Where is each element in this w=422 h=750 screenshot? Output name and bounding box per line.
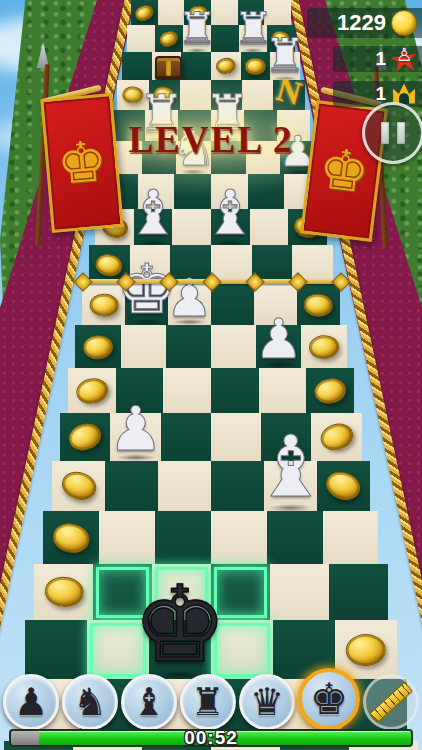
board-square bbox=[121, 325, 166, 369]
board-square bbox=[82, 284, 125, 325]
pawn-piece-icon: ♟ bbox=[14, 683, 48, 721]
board-square: ♜ bbox=[183, 25, 211, 52]
black-king[interactable]: ♚ bbox=[133, 572, 228, 678]
gold-rope-line bbox=[76, 279, 345, 284]
ruler-tool-button[interactable] bbox=[363, 674, 419, 730]
board-square: ♝ bbox=[211, 209, 250, 246]
board-square bbox=[68, 368, 116, 414]
gold-coin bbox=[322, 467, 364, 505]
board-square bbox=[329, 564, 388, 621]
gold-coin bbox=[74, 376, 110, 406]
powerup-crown-counter[interactable]: 1 bbox=[333, 81, 422, 107]
board-square bbox=[211, 52, 241, 81]
king-flag-icon: ♚ bbox=[55, 133, 110, 193]
piece-button-king[interactable]: ♚ bbox=[298, 668, 360, 730]
board-square bbox=[306, 368, 354, 414]
king-piece-icon: ♚ bbox=[310, 678, 349, 721]
gold-coin bbox=[312, 376, 347, 406]
board-square bbox=[116, 368, 164, 414]
board-square bbox=[297, 284, 340, 325]
board-square bbox=[34, 564, 93, 621]
board-square bbox=[211, 368, 259, 414]
board-square bbox=[259, 368, 307, 414]
bishop-piece-icon: ♝ bbox=[132, 683, 166, 721]
gold-coin bbox=[157, 28, 181, 49]
gold-coin bbox=[133, 3, 156, 24]
ruler-icon bbox=[369, 681, 413, 723]
treasure-chest bbox=[155, 56, 182, 80]
rook-piece-icon: ♜ bbox=[191, 683, 225, 721]
board-square bbox=[211, 284, 254, 325]
board-square bbox=[311, 413, 361, 461]
board-square bbox=[43, 511, 99, 565]
board-square: ♜ bbox=[239, 25, 267, 52]
pause-icon bbox=[381, 122, 389, 144]
gold-coin bbox=[346, 634, 387, 666]
board-square bbox=[152, 52, 182, 81]
board-square bbox=[254, 284, 297, 325]
board-square bbox=[158, 0, 185, 26]
gold-coin bbox=[245, 58, 265, 74]
gold-coin bbox=[214, 57, 237, 76]
powerup-crown-count: 1 bbox=[375, 83, 386, 105]
piece-button-pawn[interactable]: ♟ bbox=[3, 674, 59, 730]
board-square bbox=[264, 0, 291, 26]
board-square bbox=[155, 511, 211, 565]
board-square bbox=[131, 0, 158, 26]
coin-count: 1229 bbox=[337, 10, 386, 36]
board-square bbox=[184, 0, 211, 26]
board-square: ♟ bbox=[110, 413, 160, 461]
gold-coin bbox=[303, 292, 333, 317]
board-square bbox=[241, 52, 271, 81]
powerup-pawn-counter[interactable]: 1 ♙ bbox=[333, 46, 422, 72]
board-square: ♚ bbox=[125, 284, 168, 325]
gold-coin bbox=[270, 29, 293, 49]
board-square bbox=[127, 25, 155, 52]
pause-icon bbox=[397, 122, 405, 144]
board-square bbox=[161, 413, 211, 461]
board-square bbox=[270, 564, 329, 621]
board-square bbox=[211, 413, 261, 461]
game-screen: ♜♜♜N♜♜♞♟♝♝♚♟♟♟♝♚ LEVEL 2 ♚ ♚ 1229 1 ♙ 1 … bbox=[0, 0, 422, 750]
board-square bbox=[158, 461, 211, 512]
board-square bbox=[242, 80, 273, 110]
board-square bbox=[211, 511, 267, 565]
gold-coin bbox=[50, 520, 92, 556]
gold-coin bbox=[89, 293, 119, 317]
knight-piece-icon: ♞ bbox=[73, 683, 107, 721]
board-square: ♟ bbox=[256, 325, 301, 369]
piece-button-knight[interactable]: ♞ bbox=[62, 674, 118, 730]
board-square bbox=[211, 325, 256, 369]
board-square bbox=[174, 174, 211, 209]
piece-button-queen[interactable]: ♛ bbox=[239, 674, 295, 730]
piece-button-bishop[interactable]: ♝ bbox=[121, 674, 177, 730]
piece-tray: ♟♞♝♜♛♚ bbox=[0, 668, 422, 730]
board-square bbox=[52, 461, 105, 512]
coin-icon bbox=[391, 10, 417, 36]
gold-coin bbox=[317, 420, 356, 455]
board-square bbox=[317, 461, 370, 512]
gold-coin bbox=[43, 576, 84, 610]
board-square bbox=[75, 325, 120, 369]
red-flag: ♚ bbox=[40, 93, 123, 233]
gold-coin bbox=[66, 420, 106, 455]
board-square bbox=[180, 80, 211, 110]
gold-coin bbox=[188, 5, 208, 21]
gold-coin bbox=[58, 468, 100, 505]
board-square bbox=[99, 511, 155, 565]
gold-coin bbox=[308, 334, 339, 359]
gold-coin bbox=[82, 334, 114, 360]
board-square bbox=[211, 25, 239, 52]
board-square bbox=[60, 413, 110, 461]
board-square bbox=[211, 0, 238, 26]
king-flag-icon: ♚ bbox=[316, 140, 373, 202]
board-square bbox=[105, 461, 158, 512]
board-square bbox=[166, 325, 211, 369]
gold-coin bbox=[152, 85, 176, 105]
board-square bbox=[238, 0, 265, 26]
gold-coin bbox=[94, 252, 125, 278]
piece-button-rook[interactable]: ♜ bbox=[180, 674, 236, 730]
board-square bbox=[155, 25, 183, 52]
board-square bbox=[250, 209, 289, 246]
board-square bbox=[172, 209, 211, 246]
board-square bbox=[248, 174, 285, 209]
pawn-burst-icon: ♙ bbox=[391, 46, 417, 72]
queen-piece-icon: ♛ bbox=[250, 683, 284, 721]
board-square bbox=[163, 368, 211, 414]
board-square: ♝ bbox=[264, 461, 317, 512]
board-square bbox=[211, 174, 248, 209]
board-square bbox=[138, 174, 175, 209]
timer-label: 00:52 bbox=[0, 727, 422, 749]
board-square: ♟ bbox=[168, 284, 211, 325]
board-square bbox=[181, 52, 211, 81]
board-square bbox=[211, 461, 264, 512]
board-square bbox=[267, 511, 323, 565]
pause-button[interactable] bbox=[362, 102, 422, 164]
board-square bbox=[323, 511, 379, 565]
board-square bbox=[149, 80, 180, 110]
board-square bbox=[301, 325, 346, 369]
board-square: ♝ bbox=[134, 209, 173, 246]
board-square bbox=[211, 80, 242, 110]
board-square bbox=[261, 413, 311, 461]
powerup-pawn-count: 1 bbox=[375, 48, 386, 70]
banner-left: ♚ bbox=[26, 50, 136, 250]
coin-counter: 1229 bbox=[307, 8, 422, 38]
board-square bbox=[267, 25, 295, 52]
